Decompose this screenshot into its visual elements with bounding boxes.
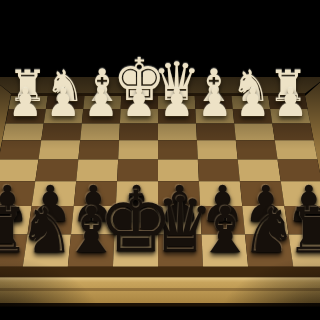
pieces-layer: ♜♞♝♛♚♝♞♜♟♟♟♟♟♟♟♟♟♟♟♟♟♟♟♟♜♞♝♛♚♝♞♜ <box>0 0 320 320</box>
black-rook-h8[interactable]: ♜ <box>0 200 39 262</box>
chessboard-photo-scene: ♜♞♝♛♚♝♞♜♟♟♟♟♟♟♟♟♟♟♟♟♟♟♟♟♜♞♝♛♚♝♞♜ <box>0 0 320 320</box>
white-pawn-h2[interactable]: ♟ <box>2 84 48 123</box>
